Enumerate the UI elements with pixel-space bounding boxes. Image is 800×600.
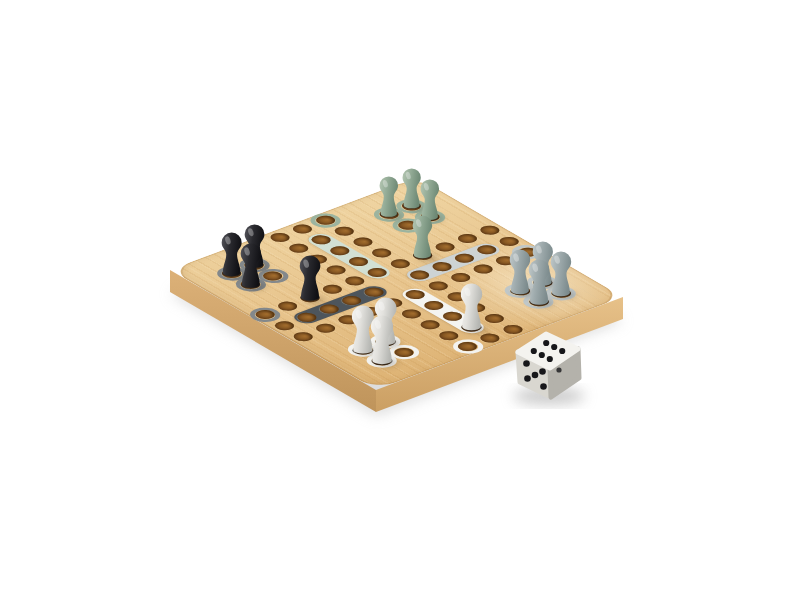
peg-green-4[interactable]	[411, 215, 434, 264]
die[interactable]	[498, 320, 598, 412]
peg-green-3[interactable]	[378, 176, 400, 222]
pieces-layer	[0, 0, 800, 600]
peg-white-4[interactable]	[459, 283, 484, 337]
product-photo-scene	[0, 0, 800, 600]
peg-black-4[interactable]	[298, 255, 322, 307]
peg-gray-2[interactable]	[549, 251, 573, 302]
peg-white-3[interactable]	[369, 315, 395, 371]
peg-black-3[interactable]	[239, 243, 263, 294]
peg-gray-4[interactable]	[527, 259, 551, 311]
